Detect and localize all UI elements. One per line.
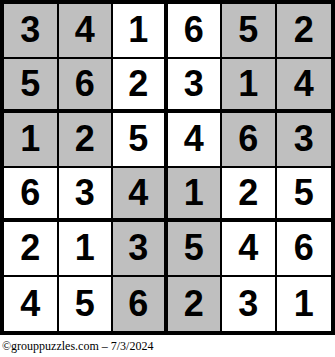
sudoku-board: 341652562314125463634125213546456231 [0,0,335,335]
cell-r4c6: 5 [277,168,332,223]
cell-r6c3: 6 [113,277,168,332]
cell-r1c1: 3 [4,4,59,59]
cell-r3c3: 5 [113,113,168,168]
cell-r2c3: 2 [113,59,168,114]
cell-r6c5: 3 [222,277,277,332]
cell-r1c6: 2 [277,4,332,59]
cell-r5c1: 2 [4,222,59,277]
cell-r2c1: 5 [4,59,59,114]
cell-r1c3: 1 [113,4,168,59]
cell-r3c2: 2 [59,113,114,168]
cell-r1c4: 6 [168,4,223,59]
cell-r6c4: 2 [168,277,223,332]
cell-r6c2: 5 [59,277,114,332]
cell-r1c2: 4 [59,4,114,59]
copyright-credit: ©grouppuzzles.com – 7/3/2024 [0,335,335,357]
cell-r3c4: 4 [168,113,223,168]
cell-r2c5: 1 [222,59,277,114]
cell-r3c1: 1 [4,113,59,168]
cell-r3c6: 3 [277,113,332,168]
cell-r4c4: 1 [168,168,223,223]
cell-r5c3: 3 [113,222,168,277]
cell-r5c4: 5 [168,222,223,277]
cell-r2c6: 4 [277,59,332,114]
cell-r4c2: 3 [59,168,114,223]
cell-r4c1: 6 [4,168,59,223]
cell-r5c2: 1 [59,222,114,277]
cell-r4c3: 4 [113,168,168,223]
cell-r2c4: 3 [168,59,223,114]
cell-r5c6: 6 [277,222,332,277]
cell-r6c6: 1 [277,277,332,332]
cell-r5c5: 4 [222,222,277,277]
cell-r6c1: 4 [4,277,59,332]
cell-r3c5: 6 [222,113,277,168]
cell-r2c2: 6 [59,59,114,114]
cell-r1c5: 5 [222,4,277,59]
cell-r4c5: 2 [222,168,277,223]
